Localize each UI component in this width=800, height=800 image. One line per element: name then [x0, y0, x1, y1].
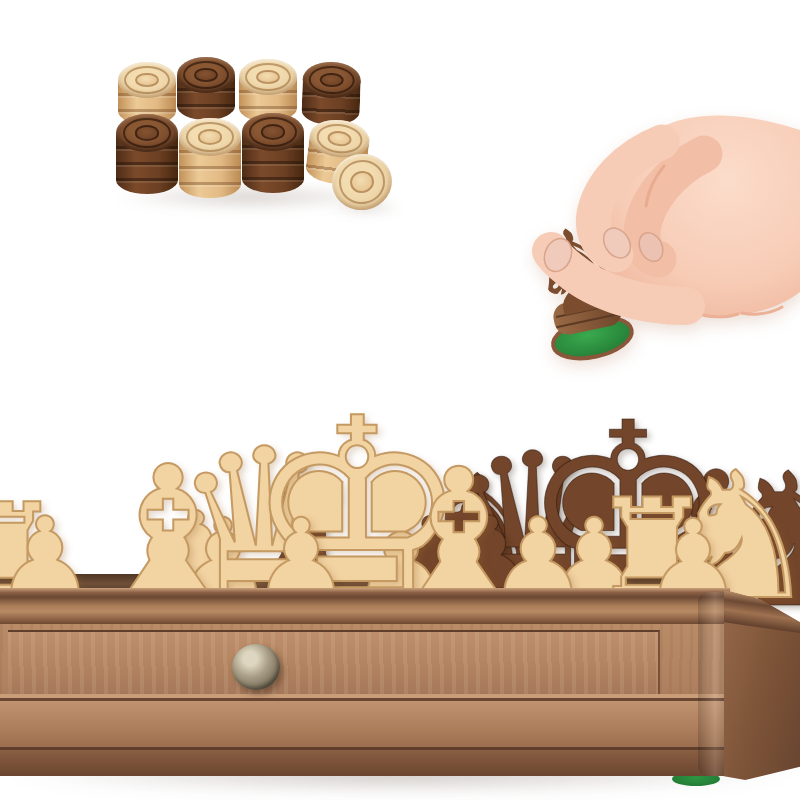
chess-set-product-photo: ♜♟♝♟♟♛♜♟♚♟♟♝♞♟♛♟♟♚♜♟♝♞♞	[0, 0, 800, 800]
checker-ring-inner	[135, 125, 160, 140]
checker-ring-inner	[320, 72, 344, 87]
hand-graphic: ♞	[488, 108, 800, 380]
checker-top-face	[177, 57, 235, 93]
checker-top-face	[239, 59, 297, 95]
checker-ring-inner	[198, 129, 223, 144]
hand-holding-knight: ♞	[488, 108, 800, 380]
checker-top-face	[116, 114, 178, 152]
checker-ring-inner	[256, 70, 279, 84]
checker-ring-inner	[261, 124, 286, 139]
dark-checker-stack	[116, 114, 178, 210]
light-checker-stack	[179, 118, 241, 214]
dark-checker-stack	[242, 113, 304, 209]
checker-top-face	[179, 118, 241, 156]
checker-top-face	[242, 113, 304, 151]
checker-top-face	[118, 62, 176, 98]
checker-ring-inner	[135, 73, 158, 87]
checker-ring-inner	[194, 68, 217, 82]
